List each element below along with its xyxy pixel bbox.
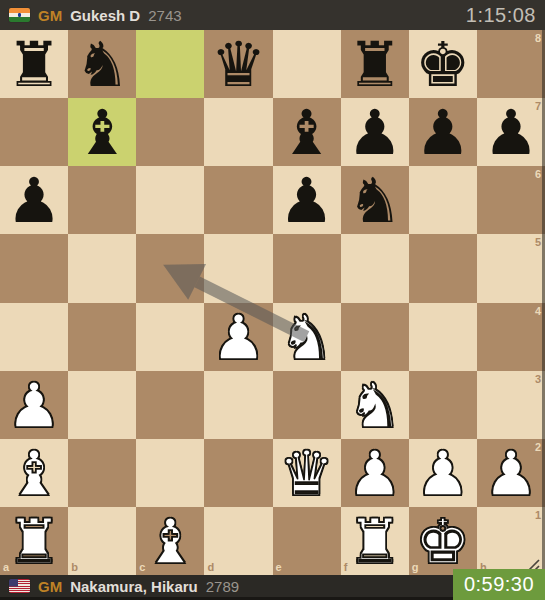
black-pawn[interactable]: ♟ xyxy=(347,102,403,164)
top-player-bar: GM Gukesh D 2743 1:15:08 xyxy=(0,0,545,30)
square-e7[interactable]: ♝ xyxy=(273,98,341,166)
white-queen[interactable]: ♛ xyxy=(279,443,335,505)
square-b6[interactable] xyxy=(68,166,136,234)
white-pawn[interactable]: ♟ xyxy=(415,443,471,505)
square-g1[interactable]: g♚ xyxy=(409,507,477,575)
square-g3[interactable] xyxy=(409,371,477,439)
black-pawn[interactable]: ♟ xyxy=(483,102,539,164)
square-f2[interactable]: ♟ xyxy=(341,439,409,507)
bottom-player-clock: 0:59:30 xyxy=(453,569,545,600)
square-a6[interactable]: ♟ xyxy=(0,166,68,234)
black-rook[interactable]: ♜ xyxy=(6,34,62,96)
square-d7[interactable] xyxy=(204,98,272,166)
white-knight[interactable]: ♞ xyxy=(347,375,403,437)
black-knight[interactable]: ♞ xyxy=(74,34,130,96)
square-b4[interactable] xyxy=(68,303,136,371)
square-b2[interactable] xyxy=(68,439,136,507)
rank-label-6: 6 xyxy=(535,169,541,180)
square-c4[interactable] xyxy=(136,303,204,371)
square-c5[interactable] xyxy=(136,234,204,302)
square-f8[interactable]: ♜ xyxy=(341,30,409,98)
square-a2[interactable]: ♝ xyxy=(0,439,68,507)
square-e2[interactable]: ♛ xyxy=(273,439,341,507)
rank-label-1: 1 xyxy=(535,510,541,521)
square-d4[interactable]: ♟ xyxy=(204,303,272,371)
square-d6[interactable] xyxy=(204,166,272,234)
file-label-b: b xyxy=(71,562,78,573)
square-h7[interactable]: 7♟ xyxy=(477,98,545,166)
square-e8[interactable] xyxy=(273,30,341,98)
white-rook[interactable]: ♜ xyxy=(6,511,62,573)
square-e3[interactable] xyxy=(273,371,341,439)
bottom-player-name: Nakamura, Hikaru xyxy=(70,578,198,595)
square-c7[interactable] xyxy=(136,98,204,166)
square-h6[interactable]: 6 xyxy=(477,166,545,234)
square-g4[interactable] xyxy=(409,303,477,371)
white-pawn[interactable]: ♟ xyxy=(483,443,539,505)
usa-flag-icon xyxy=(9,579,30,593)
square-b5[interactable] xyxy=(68,234,136,302)
bottom-player-title: GM xyxy=(38,578,62,595)
rank-label-8: 8 xyxy=(535,33,541,44)
square-d1[interactable]: d xyxy=(204,507,272,575)
square-b8[interactable]: ♞ xyxy=(68,30,136,98)
board-container: ♜♞♛♜♚8♝♝♟♟7♟♟♟♞65♟♞4♟♞3♝♛♟♟2♟a♜bc♝def♜g♚… xyxy=(0,30,545,575)
square-f6[interactable]: ♞ xyxy=(341,166,409,234)
square-a3[interactable]: ♟ xyxy=(0,371,68,439)
square-c2[interactable] xyxy=(136,439,204,507)
black-knight[interactable]: ♞ xyxy=(347,170,403,232)
top-player-clock: 1:15:08 xyxy=(466,4,536,27)
top-player-rating: 2743 xyxy=(148,7,181,24)
black-bishop[interactable]: ♝ xyxy=(74,102,130,164)
square-g2[interactable]: ♟ xyxy=(409,439,477,507)
square-h8[interactable]: 8 xyxy=(477,30,545,98)
square-f7[interactable]: ♟ xyxy=(341,98,409,166)
white-knight[interactable]: ♞ xyxy=(279,307,335,369)
india-flag-icon xyxy=(9,8,30,22)
rank-label-4: 4 xyxy=(535,306,541,317)
square-d3[interactable] xyxy=(204,371,272,439)
square-a8[interactable]: ♜ xyxy=(0,30,68,98)
square-b1[interactable]: b xyxy=(68,507,136,575)
square-c3[interactable] xyxy=(136,371,204,439)
black-bishop[interactable]: ♝ xyxy=(279,102,335,164)
rank-label-3: 3 xyxy=(535,374,541,385)
square-e6[interactable]: ♟ xyxy=(273,166,341,234)
white-bishop[interactable]: ♝ xyxy=(6,443,62,505)
black-king[interactable]: ♚ xyxy=(415,34,471,96)
square-a1[interactable]: a♜ xyxy=(0,507,68,575)
square-c1[interactable]: c♝ xyxy=(136,507,204,575)
white-pawn[interactable]: ♟ xyxy=(211,307,267,369)
black-pawn[interactable]: ♟ xyxy=(6,170,62,232)
square-f4[interactable] xyxy=(341,303,409,371)
white-king[interactable]: ♚ xyxy=(415,511,471,573)
white-rook[interactable]: ♜ xyxy=(347,511,403,573)
black-queen[interactable]: ♛ xyxy=(211,34,267,96)
square-f3[interactable]: ♞ xyxy=(341,371,409,439)
square-d8[interactable]: ♛ xyxy=(204,30,272,98)
square-b7[interactable]: ♝ xyxy=(68,98,136,166)
chess-board[interactable]: ♜♞♛♜♚8♝♝♟♟7♟♟♟♞65♟♞4♟♞3♝♛♟♟2♟a♜bc♝def♜g♚… xyxy=(0,30,545,575)
square-h3[interactable]: 3 xyxy=(477,371,545,439)
square-e4[interactable]: ♞ xyxy=(273,303,341,371)
white-bishop[interactable]: ♝ xyxy=(143,511,199,573)
square-a4[interactable] xyxy=(0,303,68,371)
white-pawn[interactable]: ♟ xyxy=(6,375,62,437)
chess-app-window: GM Gukesh D 2743 1:15:08 ♜♞♛♜♚8♝♝♟♟7♟♟♟♞… xyxy=(0,0,545,600)
black-rook[interactable]: ♜ xyxy=(347,34,403,96)
square-h4[interactable]: 4 xyxy=(477,303,545,371)
file-label-d: d xyxy=(207,562,214,573)
square-g5[interactable] xyxy=(409,234,477,302)
square-e1[interactable]: e xyxy=(273,507,341,575)
square-g6[interactable] xyxy=(409,166,477,234)
white-pawn[interactable]: ♟ xyxy=(347,443,403,505)
square-a7[interactable] xyxy=(0,98,68,166)
square-e5[interactable] xyxy=(273,234,341,302)
square-b3[interactable] xyxy=(68,371,136,439)
square-h5[interactable]: 5 xyxy=(477,234,545,302)
black-pawn[interactable]: ♟ xyxy=(415,102,471,164)
square-d2[interactable] xyxy=(204,439,272,507)
square-a5[interactable] xyxy=(0,234,68,302)
square-f1[interactable]: f♜ xyxy=(341,507,409,575)
square-c8[interactable] xyxy=(136,30,204,98)
square-f5[interactable] xyxy=(341,234,409,302)
bottom-player-rating: 2789 xyxy=(206,578,239,595)
top-player-title: GM xyxy=(38,7,62,24)
square-h2[interactable]: 2♟ xyxy=(477,439,545,507)
rank-label-5: 5 xyxy=(535,237,541,248)
square-c6[interactable] xyxy=(136,166,204,234)
square-g7[interactable]: ♟ xyxy=(409,98,477,166)
black-pawn[interactable]: ♟ xyxy=(279,170,335,232)
file-label-e: e xyxy=(276,562,282,573)
square-d5[interactable] xyxy=(204,234,272,302)
top-player-name: Gukesh D xyxy=(70,7,140,24)
square-g8[interactable]: ♚ xyxy=(409,30,477,98)
